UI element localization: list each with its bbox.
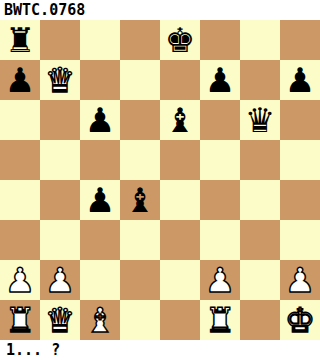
square-c7[interactable] xyxy=(80,60,120,100)
square-f8[interactable] xyxy=(200,20,240,60)
piece-white-pawn[interactable]: ♟ xyxy=(285,260,315,300)
square-f1[interactable]: ♜ xyxy=(200,300,240,340)
square-a3[interactable] xyxy=(0,220,40,260)
square-g3[interactable] xyxy=(240,220,280,260)
square-a7[interactable]: ♟ xyxy=(0,60,40,100)
square-e5[interactable] xyxy=(160,140,200,180)
square-a4[interactable] xyxy=(0,180,40,220)
square-h6[interactable] xyxy=(280,100,320,140)
square-h2[interactable]: ♟ xyxy=(280,260,320,300)
square-h3[interactable] xyxy=(280,220,320,260)
piece-black-queen[interactable]: ♛ xyxy=(245,100,275,140)
square-h8[interactable] xyxy=(280,20,320,60)
square-g7[interactable] xyxy=(240,60,280,100)
square-c1[interactable]: ♝ xyxy=(80,300,120,340)
square-g5[interactable] xyxy=(240,140,280,180)
chess-board: ♜♚♟♛♟♟♟♝♛♟♝♟♟♟♟♜♛♝♜♚ xyxy=(0,20,320,340)
piece-black-pawn[interactable]: ♟ xyxy=(85,180,115,220)
piece-black-bishop[interactable]: ♝ xyxy=(165,100,195,140)
piece-black-king[interactable]: ♚ xyxy=(165,20,195,60)
piece-white-pawn[interactable]: ♟ xyxy=(205,260,235,300)
square-c3[interactable] xyxy=(80,220,120,260)
piece-white-bishop[interactable]: ♝ xyxy=(85,300,115,340)
square-c8[interactable] xyxy=(80,20,120,60)
square-f7[interactable]: ♟ xyxy=(200,60,240,100)
square-g4[interactable] xyxy=(240,180,280,220)
piece-black-pawn[interactable]: ♟ xyxy=(85,100,115,140)
square-a2[interactable]: ♟ xyxy=(0,260,40,300)
square-d6[interactable] xyxy=(120,100,160,140)
square-e3[interactable] xyxy=(160,220,200,260)
square-b4[interactable] xyxy=(40,180,80,220)
square-e4[interactable] xyxy=(160,180,200,220)
square-f4[interactable] xyxy=(200,180,240,220)
square-b2[interactable]: ♟ xyxy=(40,260,80,300)
square-h5[interactable] xyxy=(280,140,320,180)
piece-white-rook[interactable]: ♜ xyxy=(5,300,35,340)
square-a1[interactable]: ♜ xyxy=(0,300,40,340)
piece-white-rook[interactable]: ♜ xyxy=(205,300,235,340)
piece-black-bishop[interactable]: ♝ xyxy=(125,180,155,220)
square-d7[interactable] xyxy=(120,60,160,100)
move-prompt: 1... ? xyxy=(0,340,320,360)
square-f5[interactable] xyxy=(200,140,240,180)
puzzle-id-title: BWTC.0768 xyxy=(0,0,320,20)
square-h1[interactable]: ♚ xyxy=(280,300,320,340)
square-a8[interactable]: ♜ xyxy=(0,20,40,60)
square-h4[interactable] xyxy=(280,180,320,220)
square-a5[interactable] xyxy=(0,140,40,180)
square-c4[interactable]: ♟ xyxy=(80,180,120,220)
square-f6[interactable] xyxy=(200,100,240,140)
square-d3[interactable] xyxy=(120,220,160,260)
square-g6[interactable]: ♛ xyxy=(240,100,280,140)
piece-black-pawn[interactable]: ♟ xyxy=(285,60,315,100)
square-d1[interactable] xyxy=(120,300,160,340)
square-b5[interactable] xyxy=(40,140,80,180)
square-c6[interactable]: ♟ xyxy=(80,100,120,140)
square-b8[interactable] xyxy=(40,20,80,60)
square-g8[interactable] xyxy=(240,20,280,60)
square-d5[interactable] xyxy=(120,140,160,180)
piece-black-pawn[interactable]: ♟ xyxy=(205,60,235,100)
square-h7[interactable]: ♟ xyxy=(280,60,320,100)
piece-white-pawn[interactable]: ♟ xyxy=(5,260,35,300)
square-f3[interactable] xyxy=(200,220,240,260)
piece-white-queen[interactable]: ♛ xyxy=(45,300,75,340)
square-e6[interactable]: ♝ xyxy=(160,100,200,140)
square-c2[interactable] xyxy=(80,260,120,300)
square-c5[interactable] xyxy=(80,140,120,180)
piece-white-king[interactable]: ♚ xyxy=(285,300,315,340)
square-e7[interactable] xyxy=(160,60,200,100)
square-d2[interactable] xyxy=(120,260,160,300)
square-b6[interactable] xyxy=(40,100,80,140)
piece-black-rook[interactable]: ♜ xyxy=(5,20,35,60)
square-g2[interactable] xyxy=(240,260,280,300)
square-d4[interactable]: ♝ xyxy=(120,180,160,220)
piece-white-pawn[interactable]: ♟ xyxy=(45,260,75,300)
square-f2[interactable]: ♟ xyxy=(200,260,240,300)
chess-puzzle-window: BWTC.0768 ♜♚♟♛♟♟♟♝♛♟♝♟♟♟♟♜♛♝♜♚ 1... ? xyxy=(0,0,320,360)
square-e8[interactable]: ♚ xyxy=(160,20,200,60)
square-d8[interactable] xyxy=(120,20,160,60)
square-a6[interactable] xyxy=(0,100,40,140)
square-b3[interactable] xyxy=(40,220,80,260)
square-e1[interactable] xyxy=(160,300,200,340)
piece-black-pawn[interactable]: ♟ xyxy=(5,60,35,100)
square-g1[interactable] xyxy=(240,300,280,340)
piece-white-queen[interactable]: ♛ xyxy=(45,60,75,100)
square-b7[interactable]: ♛ xyxy=(40,60,80,100)
square-e2[interactable] xyxy=(160,260,200,300)
square-b1[interactable]: ♛ xyxy=(40,300,80,340)
